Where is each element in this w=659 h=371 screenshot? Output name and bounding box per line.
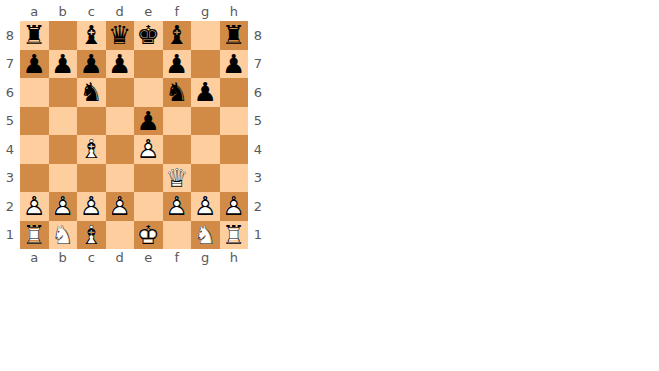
square-b2[interactable]: ♟♙ bbox=[49, 192, 78, 221]
square-f5[interactable] bbox=[163, 107, 192, 136]
rank-label-5-right: 5 bbox=[248, 107, 268, 136]
piece-black-knight: ♞ bbox=[163, 78, 192, 107]
piece-white-pawn: ♟♙ bbox=[163, 192, 192, 221]
square-d3[interactable] bbox=[106, 164, 135, 193]
rank-label-4-right: 4 bbox=[248, 135, 268, 164]
rank-label-1-left: 1 bbox=[0, 221, 20, 250]
piece-outline: ♔ bbox=[134, 221, 163, 250]
square-d2[interactable]: ♟♙ bbox=[106, 192, 135, 221]
square-h5[interactable] bbox=[220, 107, 249, 136]
piece-outline: ♙ bbox=[20, 192, 49, 221]
square-b1[interactable]: ♞♘ bbox=[49, 221, 78, 250]
piece-white-knight: ♞♘ bbox=[49, 221, 78, 250]
square-e6[interactable] bbox=[134, 78, 163, 107]
file-label-h-top: h bbox=[220, 0, 249, 21]
piece-outline: ♙ bbox=[220, 192, 249, 221]
file-label-f-top: f bbox=[163, 0, 192, 21]
square-e4[interactable]: ♟♙ bbox=[134, 135, 163, 164]
rank-label-3-right: 3 bbox=[248, 164, 268, 193]
piece-outline: ♖ bbox=[220, 221, 249, 250]
rank-labels-right: 87654321 bbox=[248, 21, 268, 249]
piece-black-pawn: ♟ bbox=[134, 107, 163, 136]
square-h6[interactable] bbox=[220, 78, 249, 107]
rank-label-3-left: 3 bbox=[0, 164, 20, 193]
file-label-g-bottom: g bbox=[191, 249, 220, 269]
square-d6[interactable] bbox=[106, 78, 135, 107]
piece-white-king: ♚♔ bbox=[134, 221, 163, 250]
square-e1[interactable]: ♚♔ bbox=[134, 221, 163, 250]
square-a4[interactable] bbox=[20, 135, 49, 164]
square-a8[interactable]: ♜ bbox=[20, 21, 49, 50]
square-a1[interactable]: ♜♖ bbox=[20, 221, 49, 250]
piece-outline: ♙ bbox=[163, 192, 192, 221]
piece-black-pawn: ♟ bbox=[49, 50, 78, 79]
square-h8[interactable]: ♜ bbox=[220, 21, 249, 50]
piece-outline: ♙ bbox=[106, 192, 135, 221]
piece-black-pawn: ♟ bbox=[20, 50, 49, 79]
square-h3[interactable] bbox=[220, 164, 249, 193]
piece-outline: ♕ bbox=[163, 164, 192, 193]
piece-outline: ♘ bbox=[49, 221, 78, 250]
piece-black-knight: ♞ bbox=[77, 78, 106, 107]
square-c1[interactable]: ♝♗ bbox=[77, 221, 106, 250]
square-g2[interactable]: ♟♙ bbox=[191, 192, 220, 221]
square-d8[interactable]: ♛ bbox=[106, 21, 135, 50]
piece-white-queen: ♛♕ bbox=[163, 164, 192, 193]
rank-label-5-left: 5 bbox=[0, 107, 20, 136]
rank-label-7-left: 7 bbox=[0, 50, 20, 79]
square-f3[interactable]: ♛♕ bbox=[163, 164, 192, 193]
square-c2[interactable]: ♟♙ bbox=[77, 192, 106, 221]
piece-black-queen: ♛ bbox=[106, 21, 135, 50]
square-a7[interactable]: ♟ bbox=[20, 50, 49, 79]
file-label-d-bottom: d bbox=[106, 249, 135, 269]
square-b3[interactable] bbox=[49, 164, 78, 193]
piece-outline: ♙ bbox=[77, 192, 106, 221]
file-label-a-bottom: a bbox=[20, 249, 49, 269]
square-f6[interactable]: ♞ bbox=[163, 78, 192, 107]
file-label-b-bottom: b bbox=[49, 249, 78, 269]
piece-black-pawn: ♟ bbox=[191, 78, 220, 107]
rank-label-8-right: 8 bbox=[248, 21, 268, 50]
piece-black-pawn: ♟ bbox=[220, 50, 249, 79]
square-f1[interactable] bbox=[163, 221, 192, 250]
piece-outline: ♗ bbox=[77, 221, 106, 250]
square-b4[interactable] bbox=[49, 135, 78, 164]
file-labels-bottom: abcdefgh bbox=[20, 249, 248, 269]
square-b5[interactable] bbox=[49, 107, 78, 136]
square-c4[interactable]: ♝♗ bbox=[77, 135, 106, 164]
rank-labels-left: 87654321 bbox=[0, 21, 20, 249]
piece-black-rook: ♜ bbox=[20, 21, 49, 50]
piece-white-pawn: ♟♙ bbox=[134, 135, 163, 164]
file-label-e-top: e bbox=[134, 0, 163, 21]
piece-white-pawn: ♟♙ bbox=[77, 192, 106, 221]
piece-outline: ♖ bbox=[20, 221, 49, 250]
rank-label-8-left: 8 bbox=[0, 21, 20, 50]
square-e7[interactable] bbox=[134, 50, 163, 79]
piece-outline: ♙ bbox=[191, 192, 220, 221]
rank-label-7-right: 7 bbox=[248, 50, 268, 79]
square-g7[interactable] bbox=[191, 50, 220, 79]
file-labels-top: abcdefgh bbox=[20, 0, 248, 21]
square-g6[interactable]: ♟ bbox=[191, 78, 220, 107]
square-e2[interactable] bbox=[134, 192, 163, 221]
square-c7[interactable]: ♟ bbox=[77, 50, 106, 79]
piece-black-bishop: ♝ bbox=[163, 21, 192, 50]
square-b6[interactable] bbox=[49, 78, 78, 107]
square-d5[interactable] bbox=[106, 107, 135, 136]
piece-white-bishop: ♝♗ bbox=[77, 135, 106, 164]
rank-label-6-right: 6 bbox=[248, 78, 268, 107]
piece-outline: ♙ bbox=[49, 192, 78, 221]
file-label-d-top: d bbox=[106, 0, 135, 21]
square-a3[interactable] bbox=[20, 164, 49, 193]
piece-white-bishop: ♝♗ bbox=[77, 221, 106, 250]
file-label-f-bottom: f bbox=[163, 249, 192, 269]
rank-label-6-left: 6 bbox=[0, 78, 20, 107]
piece-white-pawn: ♟♙ bbox=[220, 192, 249, 221]
file-label-b-top: b bbox=[49, 0, 78, 21]
rank-label-1-right: 1 bbox=[248, 221, 268, 250]
board: ♜♝♛♚♝♜♟♟♟♟♟♟♞♞♟♟♝♗♟♙♛♕♟♙♟♙♟♙♟♙♟♙♟♙♟♙♜♖♞♘… bbox=[20, 21, 248, 249]
square-b8[interactable] bbox=[49, 21, 78, 50]
square-g3[interactable] bbox=[191, 164, 220, 193]
piece-white-pawn: ♟♙ bbox=[20, 192, 49, 221]
file-label-c-top: c bbox=[77, 0, 106, 21]
piece-black-bishop: ♝ bbox=[77, 21, 106, 50]
chess-board-widget: abcdefgh 87654321 ♜♝♛♚♝♜♟♟♟♟♟♟♞♞♟♟♝♗♟♙♛♕… bbox=[0, 0, 268, 269]
square-a2[interactable]: ♟♙ bbox=[20, 192, 49, 221]
square-f4[interactable] bbox=[163, 135, 192, 164]
square-g8[interactable] bbox=[191, 21, 220, 50]
rank-label-2-left: 2 bbox=[0, 192, 20, 221]
piece-outline: ♗ bbox=[77, 135, 106, 164]
file-label-c-bottom: c bbox=[77, 249, 106, 269]
rank-label-4-left: 4 bbox=[0, 135, 20, 164]
piece-black-rook: ♜ bbox=[220, 21, 249, 50]
square-d7[interactable]: ♟ bbox=[106, 50, 135, 79]
square-h7[interactable]: ♟ bbox=[220, 50, 249, 79]
square-d4[interactable] bbox=[106, 135, 135, 164]
file-label-a-top: a bbox=[20, 0, 49, 21]
piece-white-rook: ♜♖ bbox=[20, 221, 49, 250]
square-b7[interactable]: ♟ bbox=[49, 50, 78, 79]
square-e5[interactable]: ♟ bbox=[134, 107, 163, 136]
square-g5[interactable] bbox=[191, 107, 220, 136]
square-c3[interactable] bbox=[77, 164, 106, 193]
piece-outline: ♘ bbox=[191, 221, 220, 250]
piece-white-pawn: ♟♙ bbox=[49, 192, 78, 221]
piece-white-pawn: ♟♙ bbox=[191, 192, 220, 221]
piece-black-pawn: ♟ bbox=[77, 50, 106, 79]
piece-black-pawn: ♟ bbox=[106, 50, 135, 79]
square-c8[interactable]: ♝ bbox=[77, 21, 106, 50]
file-label-e-bottom: e bbox=[134, 249, 163, 269]
square-c6[interactable]: ♞ bbox=[77, 78, 106, 107]
file-label-g-top: g bbox=[191, 0, 220, 21]
square-d1[interactable] bbox=[106, 221, 135, 250]
piece-white-rook: ♜♖ bbox=[220, 221, 249, 250]
square-f2[interactable]: ♟♙ bbox=[163, 192, 192, 221]
file-label-h-bottom: h bbox=[220, 249, 249, 269]
square-c5[interactable] bbox=[77, 107, 106, 136]
square-g4[interactable] bbox=[191, 135, 220, 164]
piece-black-pawn: ♟ bbox=[163, 50, 192, 79]
square-g1[interactable]: ♞♘ bbox=[191, 221, 220, 250]
square-h2[interactable]: ♟♙ bbox=[220, 192, 249, 221]
square-e8[interactable]: ♚ bbox=[134, 21, 163, 50]
square-e3[interactable] bbox=[134, 164, 163, 193]
square-h1[interactable]: ♜♖ bbox=[220, 221, 249, 250]
square-f7[interactable]: ♟ bbox=[163, 50, 192, 79]
piece-outline: ♙ bbox=[134, 135, 163, 164]
square-f8[interactable]: ♝ bbox=[163, 21, 192, 50]
rank-label-2-right: 2 bbox=[248, 192, 268, 221]
square-a5[interactable] bbox=[20, 107, 49, 136]
square-a6[interactable] bbox=[20, 78, 49, 107]
square-h4[interactable] bbox=[220, 135, 249, 164]
piece-white-pawn: ♟♙ bbox=[106, 192, 135, 221]
piece-black-king: ♚ bbox=[134, 21, 163, 50]
piece-white-knight: ♞♘ bbox=[191, 221, 220, 250]
